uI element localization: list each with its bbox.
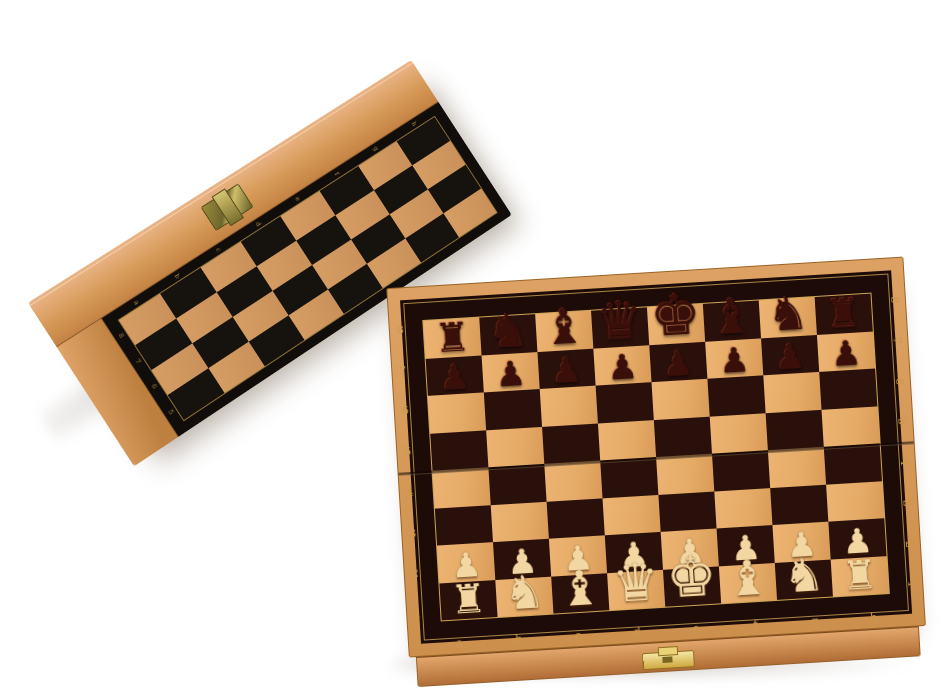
square-b8[interactable]: ♞ [479,314,537,355]
file-label: a [429,631,489,656]
file-label: f [725,612,785,637]
rank-label: 3 [401,512,424,554]
piece-black-pawn-f7[interactable]: ♟ [718,342,751,378]
square-g4[interactable] [768,447,826,488]
square-g3[interactable] [770,484,828,525]
square-a3[interactable] [435,505,493,546]
piece-black-king-e8[interactable]: ♚ [649,286,703,345]
rank-label: 6 [878,369,920,392]
square-f1[interactable]: ♝ [719,562,777,603]
square-a1[interactable]: ♜ [439,580,497,621]
rank-label: 6 [394,390,417,432]
piece-white-knight-g1[interactable]: ♞ [782,551,826,599]
piece-white-queen-d1[interactable]: ♛ [611,555,661,610]
square-a8[interactable]: ♜ [423,318,481,359]
piece-black-pawn-h7[interactable]: ♟ [830,335,863,371]
piece-black-pawn-b7[interactable]: ♟ [494,356,527,392]
square-e5[interactable] [654,416,712,457]
square-d4[interactable] [600,457,658,498]
square-a6[interactable] [428,392,486,433]
rank-label: 8 [389,309,412,351]
rank-label: 5 [396,431,419,473]
square-b6[interactable] [484,389,542,430]
piece-black-rook-a8[interactable]: ♜ [433,316,471,358]
open-board-surface: ♜♞♝♛♚♝♞♜♟♟♟♟♟♟♟♟♟♟♟♟♟♟♟♟♜♞♝♛♚♝♞♜ 8765432… [386,257,926,658]
piece-black-bishop-f8[interactable]: ♝ [709,290,755,341]
piece-white-bishop-c1[interactable]: ♝ [557,563,603,614]
piece-white-bishop-f1[interactable]: ♝ [725,552,771,603]
square-g6[interactable] [763,372,821,413]
piece-white-king-e1[interactable]: ♚ [665,548,719,607]
rank-label: 4 [883,451,925,474]
square-g1[interactable]: ♞ [775,559,833,600]
square-a4[interactable] [433,467,491,508]
rank-label: 7 [876,329,918,352]
square-f6[interactable] [707,375,765,416]
square-c6[interactable] [540,386,598,427]
square-b4[interactable] [488,464,546,505]
file-label: g [784,609,844,634]
piece-black-knight-b8[interactable]: ♞ [486,306,530,354]
square-b5[interactable] [486,426,544,467]
square-e4[interactable] [656,454,714,495]
square-g8[interactable]: ♞ [759,297,817,338]
rank-label: 8 [873,288,915,311]
piece-white-rook-a1[interactable]: ♜ [449,578,487,620]
piece-black-queen-d8[interactable]: ♛ [595,293,645,348]
file-label: c [548,623,608,648]
square-h6[interactable] [819,368,877,409]
square-h8[interactable]: ♜ [815,294,873,335]
piece-white-rook-h1[interactable]: ♜ [841,554,879,596]
square-f3[interactable] [714,488,772,529]
square-c5[interactable] [542,423,600,464]
piece-black-rook-h8[interactable]: ♜ [825,292,863,334]
square-a5[interactable] [430,430,488,471]
file-label: d [607,620,667,645]
piece-black-knight-g8[interactable]: ♞ [766,289,810,337]
piece-black-pawn-e7[interactable]: ♟ [662,346,695,382]
square-d3[interactable] [602,494,660,535]
piece-black-bishop-c8[interactable]: ♝ [541,301,587,352]
piece-black-pawn-c7[interactable]: ♟ [550,352,583,388]
square-g5[interactable] [766,409,824,450]
square-d5[interactable] [598,420,656,461]
square-e8[interactable]: ♚ [647,304,705,345]
piece-white-knight-b1[interactable]: ♞ [502,568,546,616]
square-c8[interactable]: ♝ [535,311,593,352]
rank-label: 5 [881,410,923,433]
square-h1[interactable]: ♜ [831,556,889,597]
piece-black-pawn-a7[interactable]: ♟ [439,359,472,395]
square-f8[interactable]: ♝ [703,300,761,341]
square-c4[interactable] [544,460,602,501]
square-f5[interactable] [710,413,768,454]
square-d6[interactable] [596,382,654,423]
rank-label: 1 [891,573,933,596]
rank-label: 1 [406,594,429,636]
square-e1[interactable]: ♚ [663,566,721,607]
square-b3[interactable] [491,501,549,542]
rank-label: 7 [391,349,414,391]
square-c1[interactable]: ♝ [551,573,609,614]
square-d1[interactable]: ♛ [607,569,665,610]
open-board: ♜♞♝♛♚♝♞♜♟♟♟♟♟♟♟♟♟♟♟♟♟♟♟♟♜♞♝♛♚♝♞♜ 8765432… [386,257,927,688]
square-b1[interactable]: ♞ [495,576,553,617]
square-f4[interactable] [712,450,770,491]
rank-label: 4 [399,471,422,513]
piece-black-pawn-d7[interactable]: ♟ [606,349,639,385]
square-a7[interactable]: ♟ [426,355,484,396]
square-e6[interactable] [652,379,710,420]
rank-label: 2 [888,532,930,555]
scene: abcdefgh 8765 ♜♞♝♛♚♝♞♜♟♟♟♟♟♟♟♟♟♟♟♟♟♟♟♟♜♞… [0,0,952,700]
piece-black-pawn-g7[interactable]: ♟ [774,339,807,375]
rank-label: 2 [404,553,427,595]
square-e3[interactable] [658,491,716,532]
square-c3[interactable] [547,498,605,539]
square-h5[interactable] [821,406,879,447]
file-label: e [666,616,726,641]
file-label: h [843,605,903,630]
square-h4[interactable] [824,443,882,484]
square-h3[interactable] [826,481,884,522]
rank-label: 3 [886,491,928,514]
square-h7[interactable]: ♟ [817,331,875,372]
square-d8[interactable]: ♛ [591,307,649,348]
file-label: b [489,627,549,652]
open-board-brass-latch-icon[interactable] [642,650,695,670]
